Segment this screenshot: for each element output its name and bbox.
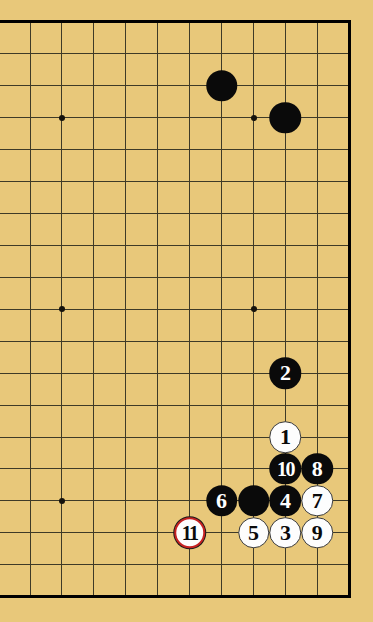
white-stone-move-7[interactable]: 7 <box>302 485 334 517</box>
go-board-diagram[interactable]: 1234567891011 <box>0 0 373 622</box>
white-stone-move-3[interactable]: 3 <box>270 517 302 549</box>
grid-line-horizontal <box>0 53 351 54</box>
grid-line-horizontal <box>0 85 351 86</box>
black-stone-p17[interactable] <box>206 70 238 102</box>
black-stone-move-10[interactable]: 10 <box>270 453 302 485</box>
star-point-q16 <box>251 115 257 121</box>
grid-line-horizontal <box>0 309 351 310</box>
grid-line-horizontal <box>0 564 351 565</box>
white-stone-move-1[interactable]: 1 <box>270 421 302 453</box>
white-stone-move-5[interactable]: 5 <box>238 517 270 549</box>
grid-line-horizontal <box>0 341 351 342</box>
grid-line-horizontal <box>0 181 351 182</box>
black-stone-q4[interactable] <box>238 485 270 517</box>
white-stone-move-11[interactable]: 11 <box>174 517 206 549</box>
board-bottom-edge <box>0 595 351 598</box>
grid-line-horizontal <box>0 213 351 214</box>
board-right-edge <box>348 20 352 598</box>
grid-line-horizontal <box>0 149 351 150</box>
grid-line-horizontal <box>0 277 351 278</box>
white-stone-move-9[interactable]: 9 <box>302 517 334 549</box>
board-top-edge <box>0 20 351 23</box>
star-point-k16 <box>59 115 65 121</box>
black-stone-move-2[interactable]: 2 <box>270 357 302 389</box>
grid-line-horizontal <box>0 405 351 406</box>
star-point-k10 <box>59 306 65 312</box>
black-stone-move-4[interactable]: 4 <box>270 485 302 517</box>
black-stone-move-6[interactable]: 6 <box>206 485 238 517</box>
black-stone-r16[interactable] <box>270 102 302 134</box>
star-point-q10 <box>251 306 257 312</box>
black-stone-move-8[interactable]: 8 <box>302 453 334 485</box>
star-point-k4 <box>59 498 65 504</box>
grid-line-horizontal <box>0 245 351 246</box>
